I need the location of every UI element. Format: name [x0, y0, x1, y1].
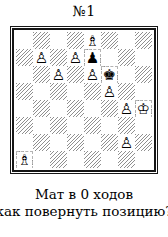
- white-pawn-g2: ♙: [120, 135, 133, 151]
- square-d1: [67, 151, 84, 168]
- square-c8: [50, 32, 67, 49]
- caption-line-1: Мат в 0 ходов: [0, 186, 168, 203]
- square-d5: [67, 83, 84, 100]
- square-f3: [101, 117, 118, 134]
- white-pawn-c6: ♙: [52, 67, 65, 83]
- square-h2: [135, 134, 152, 151]
- white-pawn-e6: ♙: [86, 67, 99, 83]
- square-h3: [135, 117, 152, 134]
- square-d3: [67, 117, 84, 134]
- white-pawn-b7: ♙: [35, 50, 48, 66]
- puzzle-number: №1: [72, 3, 95, 19]
- black-pawn-e7: ♟: [85, 50, 100, 66]
- square-h8: [135, 32, 152, 49]
- square-e2: [84, 134, 101, 151]
- square-a1: ♗: [16, 151, 33, 168]
- square-h1: [135, 151, 152, 168]
- square-e3: [84, 117, 101, 134]
- square-b5: [33, 83, 50, 100]
- square-g7: [118, 49, 135, 66]
- square-h7: [135, 49, 152, 66]
- square-f8: [101, 32, 118, 49]
- white-bishop-a1: ♗: [17, 152, 32, 168]
- square-c1: [50, 151, 67, 168]
- puzzle-page: №1 ♗♙♙♟♙♙♚♙♙♔♙♗ Мат в 0 ходов как поверн…: [0, 0, 168, 237]
- square-a6: [16, 66, 33, 83]
- square-a2: [16, 134, 33, 151]
- square-g1: [118, 151, 135, 168]
- square-c6: ♙: [50, 66, 67, 83]
- square-f5: ♙: [101, 83, 118, 100]
- square-e1: [84, 151, 101, 168]
- white-king-h4: ♔: [136, 101, 151, 117]
- square-g2: ♙: [118, 134, 135, 151]
- square-g3: [118, 117, 135, 134]
- square-b4: [33, 100, 50, 117]
- chess-board-inner-frame: ♗♙♙♟♙♙♚♙♙♔♙♗: [12, 28, 156, 172]
- square-g4: ♙: [118, 100, 135, 117]
- square-b2: [33, 134, 50, 151]
- square-b6: [33, 66, 50, 83]
- caption-line-2: как повернуть позицию?: [0, 203, 168, 220]
- square-d2: [67, 134, 84, 151]
- square-e6: ♙: [84, 66, 101, 83]
- square-c7: [50, 49, 67, 66]
- square-d8: [67, 32, 84, 49]
- square-a4: [16, 100, 33, 117]
- square-f4: [101, 100, 118, 117]
- square-e4: [84, 100, 101, 117]
- square-f6: ♚: [101, 66, 118, 83]
- square-b1: [33, 151, 50, 168]
- square-h6: [135, 66, 152, 83]
- square-a7: [16, 49, 33, 66]
- square-a8: [16, 32, 33, 49]
- square-d6: [67, 66, 84, 83]
- white-pawn-d7: ♙: [69, 50, 82, 66]
- square-c3: [50, 117, 67, 134]
- square-d7: ♙: [67, 49, 84, 66]
- chess-board-frame: ♗♙♙♟♙♙♚♙♙♔♙♗: [10, 26, 158, 174]
- puzzle-caption: Мат в 0 ходов как повернуть позицию?: [0, 186, 168, 220]
- black-king-f6: ♚: [102, 67, 117, 83]
- square-g6: [118, 66, 135, 83]
- square-f7: [101, 49, 118, 66]
- square-a3: [16, 117, 33, 134]
- white-pawn-g4: ♙: [120, 101, 133, 117]
- square-f2: [101, 134, 118, 151]
- square-b7: ♙: [33, 49, 50, 66]
- white-bishop-e8: ♗: [86, 33, 99, 49]
- square-a5: [16, 83, 33, 100]
- chess-board: ♗♙♙♟♙♙♚♙♙♔♙♗: [16, 32, 152, 168]
- square-d4: [67, 100, 84, 117]
- square-f1: [101, 151, 118, 168]
- square-c2: [50, 134, 67, 151]
- square-g5: [118, 83, 135, 100]
- square-e8: ♗: [84, 32, 101, 49]
- white-pawn-f5: ♙: [103, 84, 116, 100]
- square-b3: [33, 117, 50, 134]
- square-b8: [33, 32, 50, 49]
- square-h5: [135, 83, 152, 100]
- square-c4: [50, 100, 67, 117]
- square-h4: ♔: [135, 100, 152, 117]
- square-e5: [84, 83, 101, 100]
- square-g8: [118, 32, 135, 49]
- square-e7: ♟: [84, 49, 101, 66]
- square-c5: [50, 83, 67, 100]
